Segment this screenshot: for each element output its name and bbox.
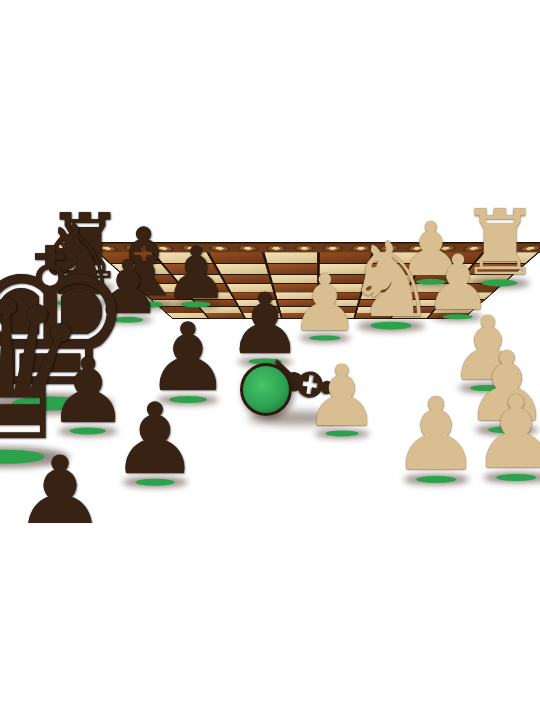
black-piece-glyph: ♟ xyxy=(164,237,229,309)
page: ♜♞♝♟♟♟♜♟♞♟♟♟♚♟♝♟♟♟♛♟♟♟♟ xyxy=(0,0,540,720)
white-pawn-8[interactable]: ♟ xyxy=(471,383,540,483)
white-piece-glyph: ♟ xyxy=(391,385,481,485)
white-pawn-6[interactable]: ♟ xyxy=(304,354,379,438)
black-piece-glyph: ♟ xyxy=(111,390,199,488)
black-pawn-7[interactable]: ♟ xyxy=(12,443,107,523)
white-piece-glyph: ♟ xyxy=(471,383,540,483)
black-pawn-1[interactable]: ♟ xyxy=(164,237,229,309)
black-piece-glyph: ♟ xyxy=(12,443,107,523)
white-pawn-7[interactable]: ♟ xyxy=(391,385,481,485)
black-pawn-6[interactable]: ♟ xyxy=(111,390,199,488)
chessboard-photo: ♜♞♝♟♟♟♜♟♞♟♟♟♚♟♝♟♟♟♛♟♟♟♟ xyxy=(0,180,540,523)
green-felt-base xyxy=(240,363,292,416)
white-piece-glyph: ♟ xyxy=(304,354,379,438)
